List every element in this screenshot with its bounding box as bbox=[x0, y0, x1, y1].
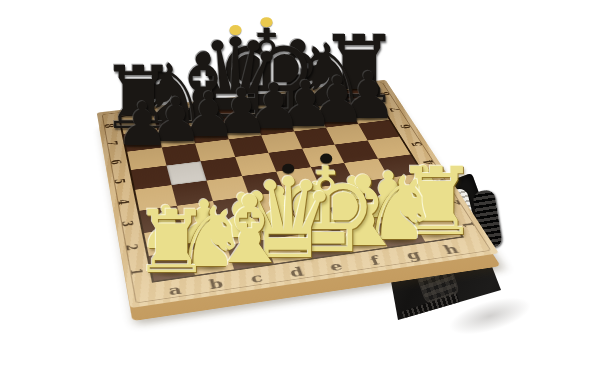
file-label: b bbox=[194, 274, 239, 294]
file-label: a bbox=[153, 280, 198, 301]
file-label: c bbox=[234, 268, 279, 288]
file-label: f bbox=[352, 251, 397, 270]
piece-finial bbox=[229, 25, 241, 35]
file-label: h bbox=[428, 240, 473, 259]
file-label: d bbox=[274, 262, 319, 282]
file-label: e bbox=[314, 257, 359, 277]
piece-finial bbox=[260, 17, 273, 27]
rank-label: 7 bbox=[377, 104, 414, 116]
product-photo-stage: abcdefgh 87654321 87654321 ♜♞♝♛♚♝♞♜♟♟♟♟♟… bbox=[0, 0, 600, 380]
